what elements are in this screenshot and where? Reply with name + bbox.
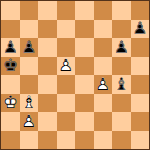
black-pawn[interactable]: ♟♙ (1, 38, 20, 57)
square-a8[interactable] (1, 1, 20, 20)
square-c4[interactable] (38, 75, 57, 94)
white-pawn[interactable]: ♟♙ (20, 112, 39, 131)
square-b8[interactable] (20, 1, 39, 20)
square-d6[interactable] (57, 38, 76, 57)
black-pawn-outline: ♙ (20, 38, 39, 57)
square-e5[interactable] (75, 57, 94, 76)
square-e7[interactable] (75, 20, 94, 39)
square-c7[interactable] (38, 20, 57, 39)
square-f7[interactable] (94, 20, 113, 39)
square-d5[interactable]: ♟♙ (57, 57, 76, 76)
square-c3[interactable] (38, 94, 57, 113)
square-h4[interactable] (131, 75, 150, 94)
square-c6[interactable] (38, 38, 57, 57)
square-d8[interactable] (57, 1, 76, 20)
square-b6[interactable]: ♟♙ (20, 38, 39, 57)
white-bishop[interactable]: ♝♗ (20, 94, 39, 113)
black-pawn[interactable]: ♟♙ (131, 20, 150, 39)
square-h7[interactable]: ♟♙ (131, 20, 150, 39)
black-king-outline: ♔ (1, 57, 20, 76)
square-a5[interactable]: ♚♔ (1, 57, 20, 76)
square-e6[interactable] (75, 38, 94, 57)
square-g7[interactable] (112, 20, 131, 39)
black-pawn-outline: ♙ (1, 38, 20, 57)
white-king[interactable]: ♚♔ (1, 94, 20, 113)
square-d2[interactable] (57, 112, 76, 131)
square-e2[interactable] (75, 112, 94, 131)
square-a1[interactable] (1, 131, 20, 150)
square-f5[interactable] (94, 57, 113, 76)
square-b7[interactable] (20, 20, 39, 39)
square-g6[interactable]: ♟♙ (112, 38, 131, 57)
white-bishop-outline: ♗ (20, 94, 39, 113)
square-a3[interactable]: ♚♔ (1, 94, 20, 113)
black-pawn[interactable]: ♟♙ (112, 38, 131, 57)
square-f1[interactable] (94, 131, 113, 150)
white-king-outline: ♔ (1, 94, 20, 113)
square-e8[interactable] (75, 1, 94, 20)
square-g3[interactable] (112, 94, 131, 113)
square-g5[interactable] (112, 57, 131, 76)
square-h6[interactable] (131, 38, 150, 57)
white-pawn-outline: ♙ (20, 112, 39, 131)
black-bishop[interactable]: ♝♗ (112, 75, 131, 94)
square-f4[interactable]: ♟♙ (94, 75, 113, 94)
square-a6[interactable]: ♟♙ (1, 38, 20, 57)
white-pawn[interactable]: ♟♙ (94, 75, 113, 94)
square-a4[interactable] (1, 75, 20, 94)
square-d7[interactable] (57, 20, 76, 39)
square-h1[interactable] (131, 131, 150, 150)
square-e4[interactable] (75, 75, 94, 94)
square-c1[interactable] (38, 131, 57, 150)
square-f6[interactable] (94, 38, 113, 57)
square-b3[interactable]: ♝♗ (20, 94, 39, 113)
square-h5[interactable] (131, 57, 150, 76)
white-pawn[interactable]: ♟♙ (57, 57, 76, 76)
square-a7[interactable] (1, 20, 20, 39)
square-g1[interactable] (112, 131, 131, 150)
square-d4[interactable] (57, 75, 76, 94)
square-g4[interactable]: ♝♗ (112, 75, 131, 94)
square-f2[interactable] (94, 112, 113, 131)
square-a2[interactable] (1, 112, 20, 131)
black-bishop-outline: ♗ (112, 75, 131, 94)
black-pawn-outline: ♙ (112, 38, 131, 57)
square-h2[interactable] (131, 112, 150, 131)
square-c5[interactable] (38, 57, 57, 76)
black-king[interactable]: ♚♔ (1, 57, 20, 76)
square-d3[interactable] (57, 94, 76, 113)
square-c2[interactable] (38, 112, 57, 131)
square-c8[interactable] (38, 1, 57, 20)
square-d1[interactable] (57, 131, 76, 150)
square-b1[interactable] (20, 131, 39, 150)
square-f8[interactable] (94, 1, 113, 20)
square-b4[interactable] (20, 75, 39, 94)
square-e3[interactable] (75, 94, 94, 113)
square-h3[interactable] (131, 94, 150, 113)
white-pawn-outline: ♙ (94, 75, 113, 94)
square-f3[interactable] (94, 94, 113, 113)
black-pawn-outline: ♙ (131, 20, 150, 39)
square-e1[interactable] (75, 131, 94, 150)
black-pawn[interactable]: ♟♙ (20, 38, 39, 57)
square-b5[interactable] (20, 57, 39, 76)
square-b2[interactable]: ♟♙ (20, 112, 39, 131)
chess-board: ♟♙♟♙♟♙♟♙♚♔♟♙♟♙♝♗♚♔♝♗♟♙ (0, 0, 150, 150)
square-g8[interactable] (112, 1, 131, 20)
square-g2[interactable] (112, 112, 131, 131)
square-h8[interactable] (131, 1, 150, 20)
white-pawn-outline: ♙ (57, 57, 76, 76)
chess-board-window: ♟♙♟♙♟♙♟♙♚♔♟♙♟♙♝♗♚♔♝♗♟♙ (0, 0, 150, 150)
